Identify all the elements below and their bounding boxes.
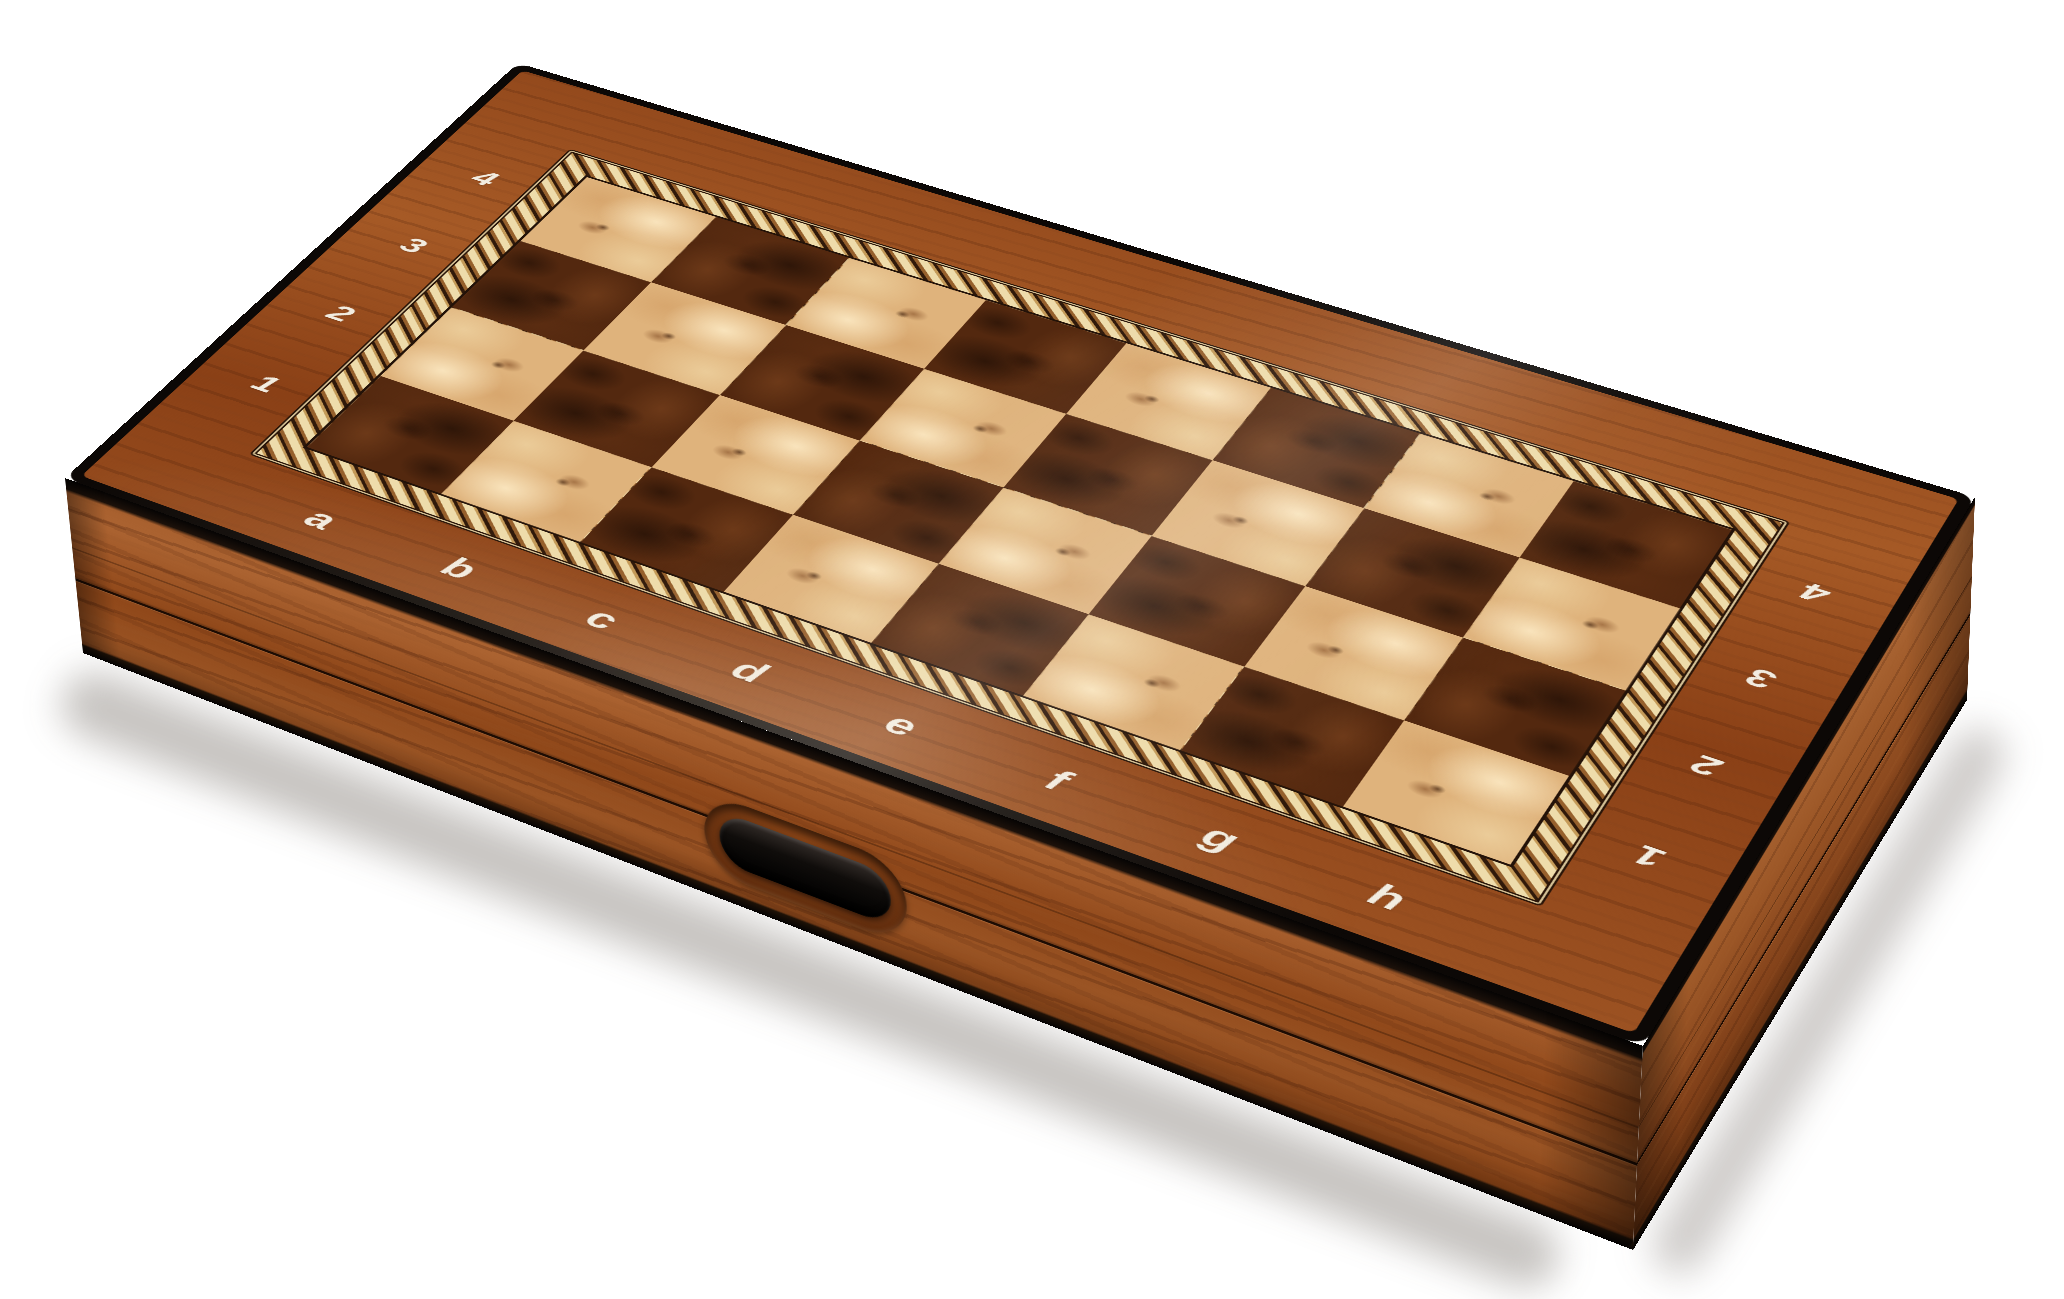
latch-handle — [719, 810, 892, 926]
product-photo-canvas: abcdefgh 4321 4321 — [0, 0, 2064, 1299]
